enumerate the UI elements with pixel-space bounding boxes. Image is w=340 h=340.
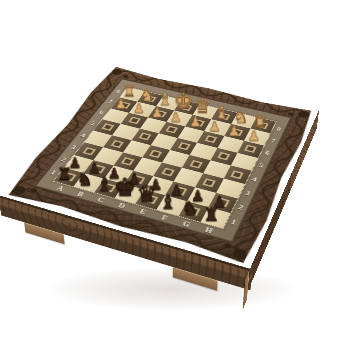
chess-set-scene: ABCDEFGH8877665544332211 ♜♞♝♚♛♝♞♜♟♟♟♟♟♟♟… [0,0,340,340]
floor-shadow [50,268,294,310]
piece-light-pawn[interactable]: ♟ [133,101,145,114]
piece-light-pawn[interactable]: ♟ [151,105,163,118]
piece-dark-king[interactable]: ♚ [114,175,136,200]
piece-dark-knight[interactable]: ♞ [76,171,92,189]
piece-dark-bishop[interactable]: ♝ [159,192,177,212]
piece-light-pawn[interactable]: ♟ [115,97,127,110]
piece-light-pawn[interactable]: ♟ [248,128,260,142]
product-photo-canvas: ABCDEFGH8877665544332211 ♜♞♝♚♛♝♞♜♟♟♟♟♟♟♟… [0,0,340,340]
piece-light-pawn[interactable]: ♟ [228,124,240,138]
piece-light-pawn[interactable]: ♟ [170,110,182,123]
piece-light-pawn[interactable]: ♟ [208,119,220,133]
piece-dark-rook[interactable]: ♜ [204,206,220,224]
piece-dark-bishop[interactable]: ♝ [96,175,113,194]
piece-dark-queen[interactable]: ♛ [136,183,157,206]
piece-dark-rook[interactable]: ♜ [57,166,72,183]
box-foot [24,222,65,244]
chess-board-3d: ABCDEFGH8877665544332211 ♜♞♝♚♛♝♞♜♟♟♟♟♟♟♟… [0,64,319,269]
piece-light-pawn[interactable]: ♟ [189,114,201,128]
piece-dark-knight[interactable]: ♞ [181,199,198,218]
